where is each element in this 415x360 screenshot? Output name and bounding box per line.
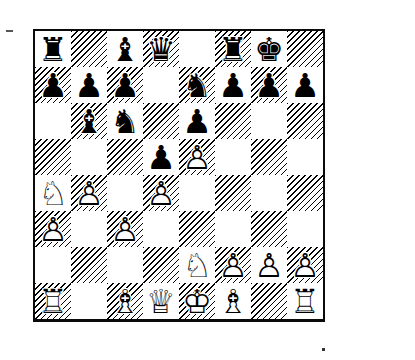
white-pawn-halo: ♟ <box>71 175 107 211</box>
white-pawn-halo: ♟ <box>287 247 323 283</box>
black-knight-icon: ♞ <box>107 103 143 139</box>
square-a5[interactable] <box>35 139 71 175</box>
black-pawn-halo: ♟ <box>143 139 179 175</box>
white-bishop-icon: ♗ <box>107 283 143 319</box>
square-g6[interactable] <box>251 103 287 139</box>
square-g5[interactable] <box>251 139 287 175</box>
square-b7[interactable]: ♟♟ <box>71 67 107 103</box>
square-d4[interactable]: ♟♙ <box>143 175 179 211</box>
white-rook-icon: ♖ <box>35 283 71 319</box>
black-bishop-halo: ♝ <box>107 31 143 67</box>
square-c5[interactable] <box>107 139 143 175</box>
black-pawn-halo: ♟ <box>287 67 323 103</box>
white-pawn-icon: ♙ <box>71 175 107 211</box>
white-pawn-halo: ♟ <box>35 211 71 247</box>
white-pawn-halo: ♟ <box>107 211 143 247</box>
square-g3[interactable] <box>251 211 287 247</box>
square-f5[interactable] <box>215 139 251 175</box>
square-a2[interactable] <box>35 247 71 283</box>
square-d5[interactable]: ♟♟ <box>143 139 179 175</box>
black-pawn-icon: ♟ <box>107 67 143 103</box>
white-pawn-icon: ♙ <box>35 211 71 247</box>
black-queen-halo: ♛ <box>143 31 179 67</box>
square-d3[interactable] <box>143 211 179 247</box>
white-king-icon: ♔ <box>179 283 215 319</box>
square-g2[interactable]: ♟♙ <box>251 247 287 283</box>
square-h1[interactable]: ♜♖ <box>287 283 323 319</box>
black-pawn-halo: ♟ <box>179 103 215 139</box>
square-f8[interactable]: ♜♜ <box>215 31 251 67</box>
square-c2[interactable] <box>107 247 143 283</box>
square-f3[interactable] <box>215 211 251 247</box>
white-queen-icon: ♕ <box>143 283 179 319</box>
square-b1[interactable] <box>71 283 107 319</box>
white-knight-icon: ♘ <box>35 175 71 211</box>
square-d2[interactable] <box>143 247 179 283</box>
white-pawn-halo: ♟ <box>251 247 287 283</box>
square-e8[interactable] <box>179 31 215 67</box>
black-rook-halo: ♜ <box>215 31 251 67</box>
black-bishop-halo: ♝ <box>71 103 107 139</box>
white-knight-icon: ♘ <box>179 247 215 283</box>
square-f7[interactable]: ♟♟ <box>215 67 251 103</box>
white-pawn-icon: ♙ <box>107 211 143 247</box>
white-pawn-halo: ♟ <box>179 139 215 175</box>
black-pawn-icon: ♟ <box>287 67 323 103</box>
square-e1[interactable]: ♚♔ <box>179 283 215 319</box>
black-knight-icon: ♞ <box>179 67 215 103</box>
black-pawn-halo: ♟ <box>35 67 71 103</box>
black-rook-icon: ♜ <box>35 31 71 67</box>
square-e2[interactable]: ♞♘ <box>179 247 215 283</box>
white-pawn-icon: ♙ <box>215 247 251 283</box>
square-a3[interactable]: ♟♙ <box>35 211 71 247</box>
square-f2[interactable]: ♟♙ <box>215 247 251 283</box>
square-b2[interactable] <box>71 247 107 283</box>
square-d6[interactable] <box>143 103 179 139</box>
white-pawn-icon: ♙ <box>287 247 323 283</box>
black-bishop-icon: ♝ <box>71 103 107 139</box>
square-c7[interactable]: ♟♟ <box>107 67 143 103</box>
square-b8[interactable] <box>71 31 107 67</box>
square-b6[interactable]: ♝♝ <box>71 103 107 139</box>
black-rook-icon: ♜ <box>215 31 251 67</box>
square-h4[interactable] <box>287 175 323 211</box>
scan-artifact-dot <box>322 348 325 351</box>
square-h8[interactable] <box>287 31 323 67</box>
black-pawn-icon: ♟ <box>251 67 287 103</box>
white-pawn-icon: ♙ <box>143 175 179 211</box>
square-b5[interactable] <box>71 139 107 175</box>
black-queen-icon: ♛ <box>143 31 179 67</box>
black-knight-halo: ♞ <box>107 103 143 139</box>
black-pawn-icon: ♟ <box>215 67 251 103</box>
black-knight-halo: ♞ <box>179 67 215 103</box>
square-a6[interactable] <box>35 103 71 139</box>
chess-board: ♜♜♝♝♛♛♜♜♚♚♟♟♟♟♟♟♞♞♟♟♟♟♟♟♝♝♞♞♟♟♟♟♟♙♞♘♟♙♟♙… <box>33 29 325 322</box>
square-c1[interactable]: ♝♗ <box>107 283 143 319</box>
square-e6[interactable]: ♟♟ <box>179 103 215 139</box>
white-rook-halo: ♜ <box>35 283 71 319</box>
square-f1[interactable]: ♝♗ <box>215 283 251 319</box>
square-g1[interactable] <box>251 283 287 319</box>
square-e4[interactable] <box>179 175 215 211</box>
white-queen-halo: ♛ <box>143 283 179 319</box>
square-h2[interactable]: ♟♙ <box>287 247 323 283</box>
black-pawn-halo: ♟ <box>251 67 287 103</box>
white-pawn-icon: ♙ <box>251 247 287 283</box>
white-rook-halo: ♜ <box>287 283 323 319</box>
square-c6[interactable]: ♞♞ <box>107 103 143 139</box>
white-pawn-halo: ♟ <box>143 175 179 211</box>
square-d7[interactable] <box>143 67 179 103</box>
square-g7[interactable]: ♟♟ <box>251 67 287 103</box>
square-d8[interactable]: ♛♛ <box>143 31 179 67</box>
black-pawn-halo: ♟ <box>215 67 251 103</box>
white-king-halo: ♚ <box>179 283 215 319</box>
white-pawn-halo: ♟ <box>215 247 251 283</box>
square-a8[interactable]: ♜♜ <box>35 31 71 67</box>
black-bishop-icon: ♝ <box>107 31 143 67</box>
black-pawn-halo: ♟ <box>71 67 107 103</box>
scan-artifact-dash <box>6 30 13 32</box>
square-h5[interactable] <box>287 139 323 175</box>
square-h3[interactable] <box>287 211 323 247</box>
square-f4[interactable] <box>215 175 251 211</box>
square-e3[interactable] <box>179 211 215 247</box>
white-rook-icon: ♖ <box>287 283 323 319</box>
square-a7[interactable]: ♟♟ <box>35 67 71 103</box>
white-pawn-icon: ♙ <box>179 139 215 175</box>
black-pawn-icon: ♟ <box>179 103 215 139</box>
white-bishop-halo: ♝ <box>107 283 143 319</box>
square-g8[interactable]: ♚♚ <box>251 31 287 67</box>
chess-app-screen: ♜♜♝♝♛♛♜♜♚♚♟♟♟♟♟♟♞♞♟♟♟♟♟♟♝♝♞♞♟♟♟♟♟♙♞♘♟♙♟♙… <box>0 0 415 360</box>
square-g4[interactable] <box>251 175 287 211</box>
square-a4[interactable]: ♞♘ <box>35 175 71 211</box>
white-bishop-icon: ♗ <box>215 283 251 319</box>
black-pawn-icon: ♟ <box>35 67 71 103</box>
square-e5[interactable]: ♟♙ <box>179 139 215 175</box>
white-knight-halo: ♞ <box>179 247 215 283</box>
black-king-icon: ♚ <box>251 31 287 67</box>
black-pawn-icon: ♟ <box>143 139 179 175</box>
black-pawn-halo: ♟ <box>107 67 143 103</box>
square-h6[interactable] <box>287 103 323 139</box>
black-pawn-icon: ♟ <box>71 67 107 103</box>
black-rook-halo: ♜ <box>35 31 71 67</box>
square-b3[interactable] <box>71 211 107 247</box>
square-c8[interactable]: ♝♝ <box>107 31 143 67</box>
square-d1[interactable]: ♛♕ <box>143 283 179 319</box>
square-c4[interactable] <box>107 175 143 211</box>
white-bishop-halo: ♝ <box>215 283 251 319</box>
square-b4[interactable]: ♟♙ <box>71 175 107 211</box>
black-king-halo: ♚ <box>251 31 287 67</box>
square-e7[interactable]: ♞♞ <box>179 67 215 103</box>
square-h7[interactable]: ♟♟ <box>287 67 323 103</box>
square-c3[interactable]: ♟♙ <box>107 211 143 247</box>
square-f6[interactable] <box>215 103 251 139</box>
white-knight-halo: ♞ <box>35 175 71 211</box>
square-a1[interactable]: ♜♖ <box>35 283 71 319</box>
